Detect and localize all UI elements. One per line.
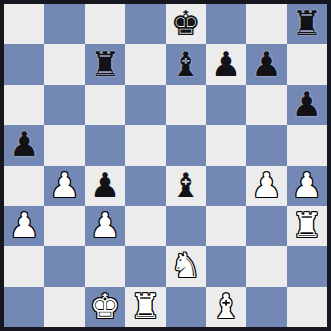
square-g1[interactable]	[246, 287, 286, 327]
square-f3[interactable]	[206, 206, 246, 246]
square-h5[interactable]	[287, 125, 327, 165]
piece-black-rook: ♜	[90, 47, 120, 81]
square-c4[interactable]: ♟	[85, 166, 125, 206]
square-e8[interactable]: ♚	[166, 4, 206, 44]
piece-black-pawn: ♟	[211, 47, 241, 81]
square-b3[interactable]	[44, 206, 84, 246]
square-f6[interactable]	[206, 85, 246, 125]
square-c7[interactable]: ♜	[85, 44, 125, 84]
square-f5[interactable]	[206, 125, 246, 165]
square-g5[interactable]	[246, 125, 286, 165]
piece-white-pawn: ♟	[49, 168, 79, 202]
square-b4[interactable]: ♟	[44, 166, 84, 206]
piece-black-pawn: ♟	[292, 87, 322, 121]
square-a4[interactable]	[4, 166, 44, 206]
piece-black-rook: ♜	[292, 6, 322, 40]
piece-white-pawn: ♟	[292, 168, 322, 202]
square-b2[interactable]	[44, 246, 84, 286]
square-g4[interactable]: ♟	[246, 166, 286, 206]
square-h2[interactable]	[287, 246, 327, 286]
square-g2[interactable]	[246, 246, 286, 286]
square-a5[interactable]: ♟	[4, 125, 44, 165]
square-c3[interactable]: ♟	[85, 206, 125, 246]
square-h7[interactable]	[287, 44, 327, 84]
square-d4[interactable]	[125, 166, 165, 206]
piece-black-bishop: ♝	[170, 47, 200, 81]
piece-white-pawn: ♟	[251, 168, 281, 202]
square-a8[interactable]	[4, 4, 44, 44]
square-e1[interactable]	[166, 287, 206, 327]
square-d5[interactable]	[125, 125, 165, 165]
square-g3[interactable]	[246, 206, 286, 246]
piece-white-knight: ♞	[170, 248, 200, 282]
square-c8[interactable]	[85, 4, 125, 44]
square-b7[interactable]	[44, 44, 84, 84]
square-b1[interactable]	[44, 287, 84, 327]
piece-black-pawn: ♟	[251, 47, 281, 81]
square-d2[interactable]	[125, 246, 165, 286]
square-f4[interactable]	[206, 166, 246, 206]
piece-black-pawn: ♟	[9, 127, 39, 161]
square-f8[interactable]	[206, 4, 246, 44]
square-g7[interactable]: ♟	[246, 44, 286, 84]
chess-board: ♚♜♜♝♟♟♟♟♟♟♝♟♟♟♟♜♞♚♜♝	[4, 4, 327, 327]
square-e4[interactable]: ♝	[166, 166, 206, 206]
square-b6[interactable]	[44, 85, 84, 125]
square-a2[interactable]	[4, 246, 44, 286]
square-d6[interactable]	[125, 85, 165, 125]
square-b5[interactable]	[44, 125, 84, 165]
square-d7[interactable]	[125, 44, 165, 84]
square-a1[interactable]	[4, 287, 44, 327]
piece-white-bishop: ♝	[211, 289, 241, 323]
piece-black-pawn: ♟	[90, 168, 120, 202]
chess-board-frame: ♚♜♜♝♟♟♟♟♟♟♝♟♟♟♟♜♞♚♜♝	[0, 0, 331, 331]
square-h8[interactable]: ♜	[287, 4, 327, 44]
square-h3[interactable]: ♜	[287, 206, 327, 246]
square-a7[interactable]	[4, 44, 44, 84]
square-g8[interactable]	[246, 4, 286, 44]
square-f1[interactable]: ♝	[206, 287, 246, 327]
square-e5[interactable]	[166, 125, 206, 165]
piece-black-bishop: ♝	[170, 168, 200, 202]
square-b8[interactable]	[44, 4, 84, 44]
square-h4[interactable]: ♟	[287, 166, 327, 206]
square-e6[interactable]	[166, 85, 206, 125]
square-c6[interactable]	[85, 85, 125, 125]
square-e2[interactable]: ♞	[166, 246, 206, 286]
square-f7[interactable]: ♟	[206, 44, 246, 84]
piece-white-pawn: ♟	[90, 208, 120, 242]
square-g6[interactable]	[246, 85, 286, 125]
square-h1[interactable]	[287, 287, 327, 327]
square-a6[interactable]	[4, 85, 44, 125]
piece-white-rook: ♜	[130, 289, 160, 323]
square-d3[interactable]	[125, 206, 165, 246]
piece-white-king: ♚	[90, 289, 120, 323]
square-d8[interactable]	[125, 4, 165, 44]
square-c2[interactable]	[85, 246, 125, 286]
square-e3[interactable]	[166, 206, 206, 246]
square-f2[interactable]	[206, 246, 246, 286]
piece-white-rook: ♜	[292, 208, 322, 242]
square-h6[interactable]: ♟	[287, 85, 327, 125]
square-e7[interactable]: ♝	[166, 44, 206, 84]
square-c5[interactable]	[85, 125, 125, 165]
piece-white-pawn: ♟	[9, 208, 39, 242]
piece-black-king: ♚	[170, 6, 200, 40]
square-c1[interactable]: ♚	[85, 287, 125, 327]
square-d1[interactable]: ♜	[125, 287, 165, 327]
square-a3[interactable]: ♟	[4, 206, 44, 246]
